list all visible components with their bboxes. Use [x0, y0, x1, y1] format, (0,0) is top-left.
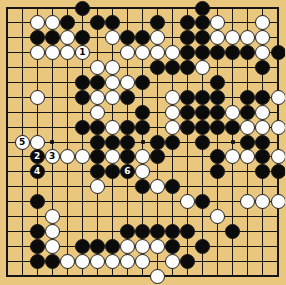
stone-white[interactable]: [150, 239, 165, 254]
stone-black[interactable]: [255, 135, 270, 150]
stone-white[interactable]: [210, 30, 225, 45]
stone-black[interactable]: [240, 135, 255, 150]
stone-black[interactable]: [255, 60, 270, 75]
stone-black[interactable]: [255, 90, 270, 105]
stone-black[interactable]: [210, 105, 225, 120]
stone-black[interactable]: [120, 224, 135, 239]
stone-black[interactable]: [135, 179, 150, 194]
star-point: [50, 140, 54, 144]
stone-black[interactable]: [30, 239, 45, 254]
grid-line-horizontal: [6, 201, 279, 202]
stone-black[interactable]: [150, 135, 165, 150]
stone-white[interactable]: [195, 60, 210, 75]
stone-black[interactable]: 2: [30, 149, 45, 164]
stone-white[interactable]: [255, 15, 270, 30]
go-board[interactable]: 152346: [0, 0, 285, 285]
stone-white[interactable]: [150, 269, 165, 284]
stone-white[interactable]: 3: [45, 149, 60, 164]
stone-black[interactable]: [45, 30, 60, 45]
stone-black[interactable]: [255, 149, 270, 164]
grid-line-horizontal: [6, 275, 279, 277]
stone-black[interactable]: [135, 120, 150, 135]
stone-black[interactable]: [135, 224, 150, 239]
stone-black[interactable]: [165, 239, 180, 254]
stone-white[interactable]: [271, 120, 286, 135]
stone-white[interactable]: [90, 105, 105, 120]
stone-white[interactable]: [105, 254, 120, 269]
stone-white[interactable]: [45, 209, 60, 224]
stone-white[interactable]: 1: [75, 45, 90, 60]
stone-white[interactable]: [255, 194, 270, 209]
stone-white[interactable]: [105, 75, 120, 90]
stone-white[interactable]: [45, 224, 60, 239]
stone-black[interactable]: [135, 75, 150, 90]
stone-white[interactable]: [150, 30, 165, 45]
stone-white[interactable]: [135, 45, 150, 60]
stone-white[interactable]: [45, 45, 60, 60]
stone-white[interactable]: [165, 120, 180, 135]
stone-black[interactable]: [195, 135, 210, 150]
stone-black[interactable]: [225, 224, 240, 239]
stone-white[interactable]: [60, 45, 75, 60]
stone-black[interactable]: [75, 75, 90, 90]
stone-black[interactable]: [90, 149, 105, 164]
stone-black[interactable]: [180, 15, 195, 30]
stone-black[interactable]: [105, 15, 120, 30]
stone-white[interactable]: [165, 254, 180, 269]
stone-black[interactable]: [240, 45, 255, 60]
stone-black[interactable]: [90, 75, 105, 90]
stone-black[interactable]: [135, 30, 150, 45]
stone-white[interactable]: [135, 149, 150, 164]
stone-black[interactable]: [180, 224, 195, 239]
stone-white[interactable]: [255, 120, 270, 135]
stone-black[interactable]: [210, 149, 225, 164]
stone-black[interactable]: [105, 135, 120, 150]
stone-black[interactable]: [75, 120, 90, 135]
move-number-label: 3: [49, 150, 55, 163]
stone-black[interactable]: [195, 45, 210, 60]
stone-white[interactable]: [105, 120, 120, 135]
stone-black[interactable]: [120, 90, 135, 105]
stone-black[interactable]: 4: [30, 164, 45, 179]
stone-white[interactable]: [225, 149, 240, 164]
stone-black[interactable]: [180, 90, 195, 105]
stone-white[interactable]: [120, 254, 135, 269]
stone-white[interactable]: [45, 15, 60, 30]
stone-black[interactable]: [165, 179, 180, 194]
stone-black[interactable]: [30, 224, 45, 239]
stone-white[interactable]: [240, 30, 255, 45]
stone-white[interactable]: [255, 105, 270, 120]
stone-white[interactable]: [225, 30, 240, 45]
stone-white[interactable]: [180, 194, 195, 209]
stone-black[interactable]: [210, 90, 225, 105]
stone-black[interactable]: [150, 15, 165, 30]
stone-white[interactable]: [120, 45, 135, 60]
stone-white[interactable]: [75, 254, 90, 269]
stone-white[interactable]: [60, 30, 75, 45]
stone-black[interactable]: [60, 15, 75, 30]
stone-white[interactable]: [150, 45, 165, 60]
stone-black[interactable]: [75, 90, 90, 105]
stone-white[interactable]: [210, 209, 225, 224]
stone-black[interactable]: [195, 120, 210, 135]
stone-black[interactable]: [90, 15, 105, 30]
stone-white[interactable]: [105, 149, 120, 164]
stone-white[interactable]: [255, 45, 270, 60]
stone-black[interactable]: [105, 239, 120, 254]
stone-black[interactable]: [90, 164, 105, 179]
stone-white[interactable]: [135, 164, 150, 179]
stone-white[interactable]: [90, 90, 105, 105]
stone-black[interactable]: [105, 164, 120, 179]
stone-white[interactable]: [225, 105, 240, 120]
stone-black[interactable]: [165, 135, 180, 150]
stone-black[interactable]: [120, 30, 135, 45]
stone-white[interactable]: [271, 90, 286, 105]
stone-black[interactable]: [165, 60, 180, 75]
move-number-label: 5: [19, 136, 25, 149]
stone-black[interactable]: [225, 120, 240, 135]
stone-white[interactable]: [135, 239, 150, 254]
stone-black[interactable]: [75, 1, 90, 16]
stone-white[interactable]: [90, 60, 105, 75]
stone-black[interactable]: [271, 45, 286, 60]
stone-white[interactable]: 5: [15, 135, 30, 150]
stone-black[interactable]: [180, 45, 195, 60]
stone-white[interactable]: [105, 30, 120, 45]
stone-black[interactable]: [30, 30, 45, 45]
stone-black[interactable]: [225, 45, 240, 60]
stone-white[interactable]: [240, 120, 255, 135]
move-number-label: 6: [124, 165, 130, 178]
stone-white[interactable]: [30, 90, 45, 105]
stone-black[interactable]: [90, 239, 105, 254]
stone-black[interactable]: [120, 120, 135, 135]
stone-white[interactable]: [30, 15, 45, 30]
stone-white[interactable]: [90, 179, 105, 194]
stone-black[interactable]: [30, 254, 45, 269]
stone-black[interactable]: [210, 164, 225, 179]
stone-black[interactable]: [271, 164, 286, 179]
stone-white[interactable]: [105, 90, 120, 105]
stone-white[interactable]: [30, 45, 45, 60]
stone-black[interactable]: [210, 45, 225, 60]
stone-black[interactable]: [45, 254, 60, 269]
stone-black[interactable]: [75, 30, 90, 45]
stone-white[interactable]: [30, 135, 45, 150]
stone-white[interactable]: [271, 194, 286, 209]
stone-black[interactable]: [195, 105, 210, 120]
stone-black[interactable]: [30, 194, 45, 209]
stone-white[interactable]: [135, 254, 150, 269]
stone-black[interactable]: [165, 224, 180, 239]
stone-black[interactable]: [90, 120, 105, 135]
stone-black[interactable]: [210, 120, 225, 135]
move-number-label: 2: [34, 150, 40, 163]
stone-black[interactable]: [90, 135, 105, 150]
stone-black[interactable]: [135, 105, 150, 120]
stone-black[interactable]: [240, 90, 255, 105]
stone-black[interactable]: [150, 60, 165, 75]
stone-black[interactable]: [120, 135, 135, 150]
stone-black[interactable]: [195, 30, 210, 45]
star-point: [141, 140, 145, 144]
stone-black[interactable]: [75, 239, 90, 254]
stone-white[interactable]: [240, 194, 255, 209]
stone-white[interactable]: [120, 239, 135, 254]
stone-black[interactable]: [240, 105, 255, 120]
stone-white[interactable]: [210, 15, 225, 30]
stone-black[interactable]: [180, 30, 195, 45]
stone-white[interactable]: [105, 60, 120, 75]
stone-white[interactable]: [150, 179, 165, 194]
stone-black[interactable]: [255, 164, 270, 179]
move-number-label: 1: [79, 46, 85, 59]
stone-black[interactable]: [180, 120, 195, 135]
stone-black[interactable]: [120, 149, 135, 164]
stone-white[interactable]: [60, 149, 75, 164]
stone-black[interactable]: [150, 149, 165, 164]
stone-white[interactable]: [165, 105, 180, 120]
stone-white[interactable]: [90, 254, 105, 269]
stone-white[interactable]: [45, 239, 60, 254]
stone-black[interactable]: [210, 75, 225, 90]
stone-black[interactable]: [195, 15, 210, 30]
star-point: [231, 140, 235, 144]
stone-white[interactable]: [271, 149, 286, 164]
stone-black[interactable]: [180, 60, 195, 75]
stone-black[interactable]: [150, 224, 165, 239]
stone-white[interactable]: [240, 149, 255, 164]
stone-black[interactable]: [195, 194, 210, 209]
stone-black[interactable]: [195, 239, 210, 254]
stone-white[interactable]: [165, 45, 180, 60]
stone-black[interactable]: [195, 1, 210, 16]
stone-white[interactable]: [165, 90, 180, 105]
stone-white[interactable]: [75, 149, 90, 164]
stone-black[interactable]: [180, 105, 195, 120]
stone-black[interactable]: [195, 90, 210, 105]
move-number-label: 4: [34, 165, 40, 178]
stone-white[interactable]: [255, 30, 270, 45]
stone-black[interactable]: 6: [120, 164, 135, 179]
stone-white[interactable]: [60, 254, 75, 269]
stone-white[interactable]: [120, 75, 135, 90]
stone-black[interactable]: [180, 254, 195, 269]
